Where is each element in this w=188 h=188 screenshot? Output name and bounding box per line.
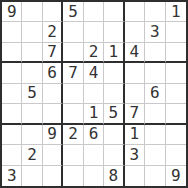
- given-digit: 7: [130, 105, 140, 121]
- cell-r5c9[interactable]: [166, 84, 186, 104]
- cell-r8c7[interactable]: 3: [125, 145, 145, 165]
- given-digit: 2: [47, 24, 57, 40]
- cell-r6c2[interactable]: [22, 104, 42, 124]
- given-digit: 9: [171, 168, 181, 184]
- cell-r8c2[interactable]: 2: [22, 145, 42, 165]
- given-digit: 5: [109, 105, 119, 121]
- cell-r4c4[interactable]: 7: [63, 63, 83, 83]
- given-digit: 7: [68, 65, 78, 81]
- cell-r5c1[interactable]: [2, 84, 22, 104]
- cell-r6c3[interactable]: [43, 104, 63, 124]
- cell-r9c1[interactable]: 3: [2, 166, 22, 186]
- sudoku-board: 95123721467456157926123389: [0, 0, 188, 188]
- cell-r9c9[interactable]: 9: [166, 166, 186, 186]
- given-digit: 1: [109, 44, 119, 60]
- cell-r2c5[interactable]: [84, 22, 104, 42]
- given-digit: 7: [47, 44, 57, 60]
- cell-r6c1[interactable]: [2, 104, 22, 124]
- cell-r3c8[interactable]: [145, 43, 165, 63]
- cell-r1c5[interactable]: [84, 2, 104, 22]
- cell-r5c8[interactable]: 6: [145, 84, 165, 104]
- given-digit: 6: [150, 85, 160, 101]
- cell-r9c7[interactable]: [125, 166, 145, 186]
- cell-r2c8[interactable]: 3: [145, 22, 165, 42]
- cell-r3c9[interactable]: [166, 43, 186, 63]
- cell-r6c5[interactable]: 1: [84, 104, 104, 124]
- cell-r1c2[interactable]: [22, 2, 42, 22]
- cell-r5c3[interactable]: [43, 84, 63, 104]
- cell-r5c5[interactable]: [84, 84, 104, 104]
- cell-r8c6[interactable]: [104, 145, 124, 165]
- given-digit: 3: [130, 147, 140, 163]
- given-digit: 2: [68, 126, 78, 142]
- cell-r5c2[interactable]: 5: [22, 84, 42, 104]
- cell-r7c5[interactable]: 6: [84, 125, 104, 145]
- cell-r1c9[interactable]: 1: [166, 2, 186, 22]
- cell-r8c3[interactable]: [43, 145, 63, 165]
- cell-r2c9[interactable]: [166, 22, 186, 42]
- cell-r2c2[interactable]: [22, 22, 42, 42]
- cell-r4c5[interactable]: 4: [84, 63, 104, 83]
- cell-r5c6[interactable]: [104, 84, 124, 104]
- cell-r2c3[interactable]: 2: [43, 22, 63, 42]
- cell-r3c4[interactable]: [63, 43, 83, 63]
- cell-r7c1[interactable]: [2, 125, 22, 145]
- cell-r7c9[interactable]: [166, 125, 186, 145]
- cell-r2c4[interactable]: [63, 22, 83, 42]
- cell-r3c6[interactable]: 1: [104, 43, 124, 63]
- cell-r2c7[interactable]: [125, 22, 145, 42]
- cell-r8c8[interactable]: [145, 145, 165, 165]
- cell-r1c4[interactable]: 5: [63, 2, 83, 22]
- given-digit: 6: [47, 65, 57, 81]
- given-digit: 1: [89, 105, 99, 121]
- cell-r1c6[interactable]: [104, 2, 124, 22]
- cell-r6c4[interactable]: [63, 104, 83, 124]
- given-digit: 3: [150, 24, 160, 40]
- cell-r5c4[interactable]: [63, 84, 83, 104]
- given-digit: 4: [89, 65, 99, 81]
- given-digit: 9: [47, 126, 57, 142]
- given-digit: 5: [68, 4, 78, 20]
- cell-r7c7[interactable]: 1: [125, 125, 145, 145]
- given-digit: 9: [7, 4, 17, 20]
- cell-r6c6[interactable]: 5: [104, 104, 124, 124]
- given-digit: 8: [109, 168, 119, 184]
- cell-r4c3[interactable]: 6: [43, 63, 63, 83]
- given-digit: 2: [27, 147, 37, 163]
- cell-r3c1[interactable]: [2, 43, 22, 63]
- cell-r6c9[interactable]: [166, 104, 186, 124]
- cell-r1c7[interactable]: [125, 2, 145, 22]
- cell-r7c8[interactable]: [145, 125, 165, 145]
- cell-r7c4[interactable]: 2: [63, 125, 83, 145]
- given-digit: 2: [89, 44, 99, 60]
- cell-r1c8[interactable]: [145, 2, 165, 22]
- cell-r1c3[interactable]: [43, 2, 63, 22]
- cell-r5c7[interactable]: [125, 84, 145, 104]
- cell-r8c4[interactable]: [63, 145, 83, 165]
- cell-r4c2[interactable]: [22, 63, 42, 83]
- cell-r9c8[interactable]: [145, 166, 165, 186]
- cell-r4c7[interactable]: [125, 63, 145, 83]
- cell-r6c8[interactable]: [145, 104, 165, 124]
- cell-r7c6[interactable]: [104, 125, 124, 145]
- cell-r1c1[interactable]: 9: [2, 2, 22, 22]
- cell-r2c1[interactable]: [2, 22, 22, 42]
- cell-r8c5[interactable]: [84, 145, 104, 165]
- cell-r3c2[interactable]: [22, 43, 42, 63]
- cell-r4c6[interactable]: [104, 63, 124, 83]
- cell-r9c3[interactable]: [43, 166, 63, 186]
- cell-r3c5[interactable]: 2: [84, 43, 104, 63]
- given-digit: 4: [130, 44, 140, 60]
- cell-r9c5[interactable]: [84, 166, 104, 186]
- cell-r3c3[interactable]: 7: [43, 43, 63, 63]
- cell-r8c1[interactable]: [2, 145, 22, 165]
- cell-r8c9[interactable]: [166, 145, 186, 165]
- given-digit: 6: [89, 126, 99, 142]
- given-digit: 5: [27, 85, 37, 101]
- cell-r4c9[interactable]: [166, 63, 186, 83]
- cell-r9c6[interactable]: 8: [104, 166, 124, 186]
- cell-r7c3[interactable]: 9: [43, 125, 63, 145]
- given-digit: 3: [7, 168, 17, 184]
- cell-r4c8[interactable]: [145, 63, 165, 83]
- given-digit: 1: [171, 4, 181, 20]
- cell-r9c4[interactable]: [63, 166, 83, 186]
- cell-r2c6[interactable]: [104, 22, 124, 42]
- given-digit: 1: [130, 126, 140, 142]
- cell-r3c7[interactable]: 4: [125, 43, 145, 63]
- cell-r6c7[interactable]: 7: [125, 104, 145, 124]
- cell-r7c2[interactable]: [22, 125, 42, 145]
- cell-r4c1[interactable]: [2, 63, 22, 83]
- cell-r9c2[interactable]: [22, 166, 42, 186]
